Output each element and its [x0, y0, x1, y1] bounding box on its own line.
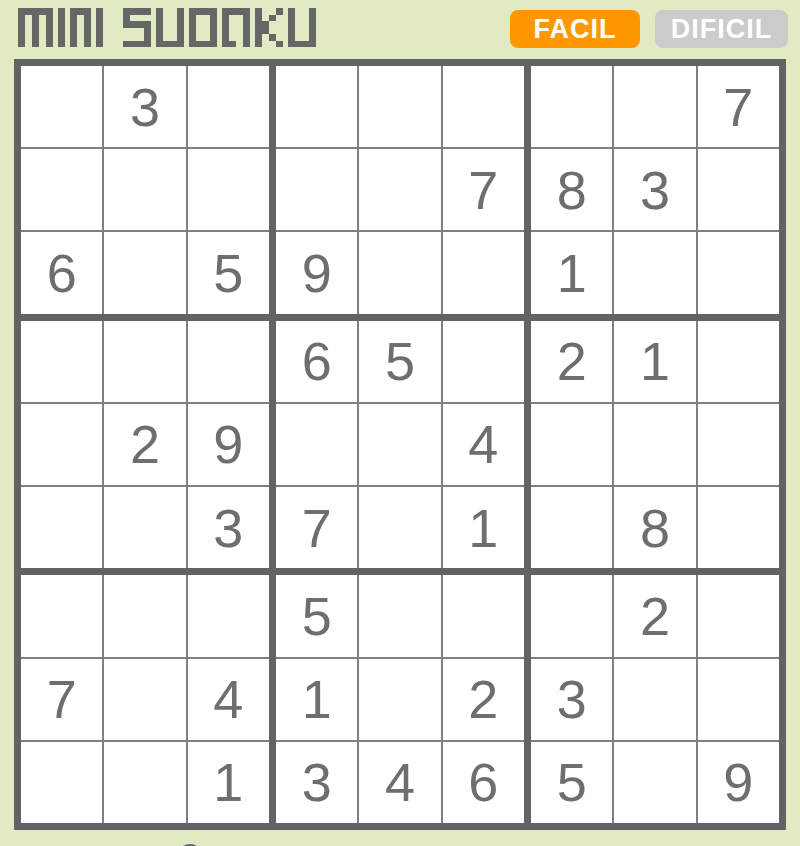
title-letter-m [18, 8, 53, 47]
sudoku-box-5: 65471 [276, 321, 524, 569]
sudoku-cell-r7c2[interactable] [104, 575, 185, 656]
sudoku-cell-r3c6[interactable] [443, 232, 524, 313]
sudoku-cell-r3c4: 9 [276, 232, 357, 313]
hard-button[interactable]: DIFICIL [655, 10, 788, 48]
sudoku-cell-r9c4: 3 [276, 742, 357, 823]
sudoku-cell-r3c2[interactable] [104, 232, 185, 313]
sudoku-cell-r8c4: 1 [276, 659, 357, 740]
sudoku-box-4: 293 [21, 321, 269, 569]
sudoku-cell-r4c7: 2 [531, 321, 612, 402]
app-title [18, 8, 316, 47]
sudoku-box-2: 79 [276, 66, 524, 314]
sudoku-cell-r3c3: 5 [188, 232, 269, 313]
title-letter-i [58, 8, 65, 47]
title-letter-n [70, 8, 91, 47]
sudoku-box-8: 512346 [276, 575, 524, 823]
sudoku-cell-r5c3: 9 [188, 404, 269, 485]
sudoku-cell-r2c8: 3 [614, 149, 695, 230]
sudoku-cell-r3c7: 1 [531, 232, 612, 313]
sudoku-cell-r4c1[interactable] [21, 321, 102, 402]
sudoku-cell-r7c6[interactable] [443, 575, 524, 656]
sudoku-cell-r4c6[interactable] [443, 321, 524, 402]
sudoku-cell-r1c4[interactable] [276, 66, 357, 147]
sudoku-cell-r7c4: 5 [276, 575, 357, 656]
sudoku-grid: 365797831293654712187415123462359 [14, 59, 786, 830]
sudoku-box-9: 2359 [531, 575, 779, 823]
sudoku-cell-r3c8[interactable] [614, 232, 695, 313]
sudoku-cell-r1c5[interactable] [359, 66, 440, 147]
sudoku-cell-r3c9[interactable] [698, 232, 779, 313]
sudoku-cell-r1c6[interactable] [443, 66, 524, 147]
sudoku-cell-r5c7[interactable] [531, 404, 612, 485]
sudoku-cell-r8c8[interactable] [614, 659, 695, 740]
sudoku-cell-r5c2: 2 [104, 404, 185, 485]
sudoku-cell-r4c9[interactable] [698, 321, 779, 402]
sudoku-cell-r9c8[interactable] [614, 742, 695, 823]
sudoku-cell-r9c6: 6 [443, 742, 524, 823]
sudoku-cell-r2c5[interactable] [359, 149, 440, 230]
sudoku-cell-r5c4[interactable] [276, 404, 357, 485]
sudoku-cell-r7c9[interactable] [698, 575, 779, 656]
sudoku-cell-r8c5[interactable] [359, 659, 440, 740]
sudoku-cell-r7c7[interactable] [531, 575, 612, 656]
sudoku-cell-r2c7: 8 [531, 149, 612, 230]
sudoku-cell-r2c4[interactable] [276, 149, 357, 230]
sudoku-cell-r8c9[interactable] [698, 659, 779, 740]
sudoku-cell-r1c1[interactable] [21, 66, 102, 147]
sudoku-cell-r4c5: 5 [359, 321, 440, 402]
sudoku-cell-r2c6: 7 [443, 149, 524, 230]
sudoku-cell-r4c8: 1 [614, 321, 695, 402]
sudoku-cell-r7c3[interactable] [188, 575, 269, 656]
sudoku-cell-r9c1[interactable] [21, 742, 102, 823]
sudoku-cell-r8c7: 3 [531, 659, 612, 740]
sudoku-cell-r2c3[interactable] [188, 149, 269, 230]
sudoku-cell-r7c8: 2 [614, 575, 695, 656]
sudoku-cell-r6c5[interactable] [359, 487, 440, 568]
sudoku-cell-r8c3: 4 [188, 659, 269, 740]
sudoku-box-1: 365 [21, 66, 269, 314]
sudoku-cell-r9c7: 5 [531, 742, 612, 823]
sudoku-cell-r6c7[interactable] [531, 487, 612, 568]
title-letter-u [156, 8, 184, 47]
sudoku-cell-r6c4: 7 [276, 487, 357, 568]
sudoku-cell-r6c9[interactable] [698, 487, 779, 568]
title-letter-k [255, 8, 283, 47]
sudoku-cell-r1c8[interactable] [614, 66, 695, 147]
sudoku-cell-r8c6: 2 [443, 659, 524, 740]
sudoku-cell-r5c5[interactable] [359, 404, 440, 485]
sudoku-app: FACIL DIFICIL 36579783129365471218741512… [0, 0, 800, 846]
sudoku-cell-r6c6: 1 [443, 487, 524, 568]
sudoku-cell-r5c6: 4 [443, 404, 524, 485]
sudoku-cell-r6c3: 3 [188, 487, 269, 568]
sudoku-cell-r7c5[interactable] [359, 575, 440, 656]
sudoku-cell-r1c2: 3 [104, 66, 185, 147]
sudoku-cell-r9c5: 4 [359, 742, 440, 823]
sudoku-cell-r3c5[interactable] [359, 232, 440, 313]
sudoku-cell-r1c9: 7 [698, 66, 779, 147]
sudoku-cell-r9c2[interactable] [104, 742, 185, 823]
sudoku-cell-r5c9[interactable] [698, 404, 779, 485]
title-letter-s [123, 8, 151, 47]
sudoku-cell-r1c3[interactable] [188, 66, 269, 147]
sudoku-cell-r9c9: 9 [698, 742, 779, 823]
sudoku-cell-r2c1[interactable] [21, 149, 102, 230]
sudoku-cell-r2c9[interactable] [698, 149, 779, 230]
sudoku-cell-r4c2[interactable] [104, 321, 185, 402]
sudoku-cell-r3c1: 6 [21, 232, 102, 313]
title-letter-u [288, 8, 316, 47]
sudoku-cell-r8c1: 7 [21, 659, 102, 740]
sudoku-cell-r8c2[interactable] [104, 659, 185, 740]
sudoku-cell-r5c8[interactable] [614, 404, 695, 485]
sudoku-box-3: 7831 [531, 66, 779, 314]
easy-button[interactable]: FACIL [510, 10, 640, 48]
sudoku-cell-r1c7[interactable] [531, 66, 612, 147]
sudoku-cell-r7c1[interactable] [21, 575, 102, 656]
title-letter-i [96, 8, 103, 47]
sudoku-cell-r6c8: 8 [614, 487, 695, 568]
sudoku-box-7: 741 [21, 575, 269, 823]
sudoku-cell-r6c2[interactable] [104, 487, 185, 568]
sudoku-cell-r4c4: 6 [276, 321, 357, 402]
title-letter-o [222, 8, 250, 47]
sudoku-cell-r4c3[interactable] [188, 321, 269, 402]
sudoku-cell-r6c1[interactable] [21, 487, 102, 568]
sudoku-cell-r5c1[interactable] [21, 404, 102, 485]
sudoku-cell-r2c2[interactable] [104, 149, 185, 230]
sudoku-box-6: 218 [531, 321, 779, 569]
title-letter-d [189, 8, 217, 47]
sudoku-cell-r9c3: 1 [188, 742, 269, 823]
